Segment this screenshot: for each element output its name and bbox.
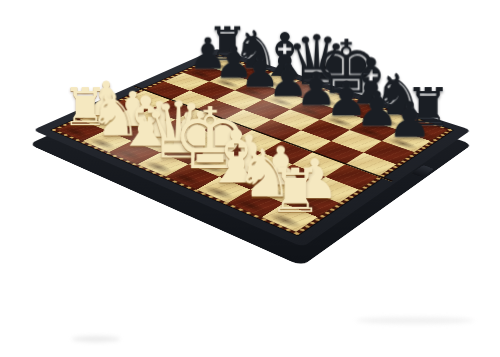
piece-black-pawn-f7: ♟ (325, 78, 359, 120)
floor-shadow-left (72, 336, 120, 342)
piece-black-pawn-g7: ♟ (355, 88, 390, 131)
square-h1: ♜ (261, 203, 318, 232)
piece-black-pawn-h7: ♟ (387, 98, 422, 142)
floor-shadow-right (356, 317, 474, 324)
piece-white-rook-h1: ♜ (268, 164, 308, 218)
chess-board-grid: ♜♞♝♛♚♝♞♜♟♟♟♟♟♟♟♟♟♟♟♟♟♟♟♟♜♞♝♛♚♝♞♜ (51, 54, 453, 235)
board-frame: ♜♞♝♛♚♝♞♜♟♟♟♟♟♟♟♟♟♟♟♟♟♟♟♟♜♞♝♛♚♝♞♜ (33, 49, 471, 248)
piece-black-pawn-e7: ♟ (295, 69, 328, 111)
product-photo-stage: ♜♞♝♛♚♝♞♜♟♟♟♟♟♟♟♟♟♟♟♟♟♟♟♟♜♞♝♛♚♝♞♜ (0, 0, 500, 357)
board-scene: ♜♞♝♛♚♝♞♜♟♟♟♟♟♟♟♟♟♟♟♟♟♟♟♟♜♞♝♛♚♝♞♜ (97, 0, 407, 285)
chess-board-3d: ♜♞♝♛♚♝♞♜♟♟♟♟♟♟♟♟♟♟♟♟♟♟♟♟♜♞♝♛♚♝♞♜ (33, 49, 471, 248)
